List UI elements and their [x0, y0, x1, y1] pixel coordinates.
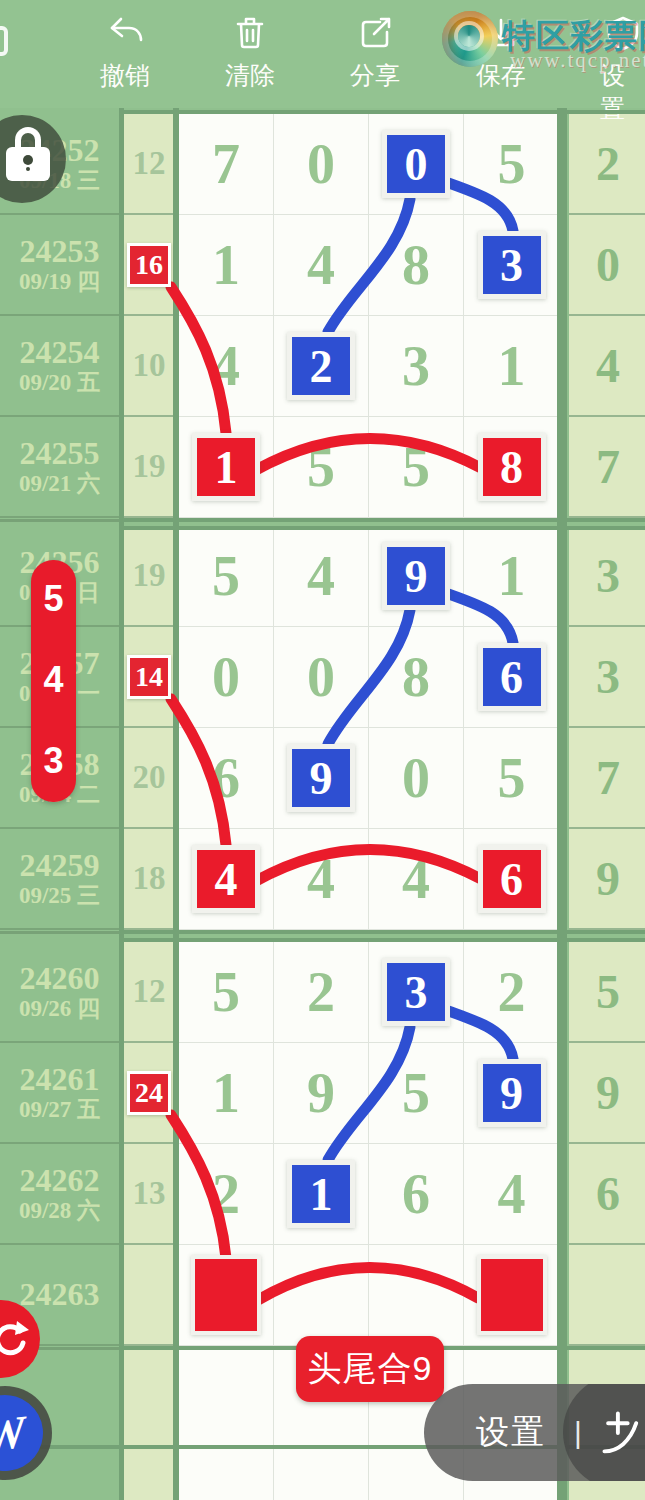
tail-cell[interactable]: 7	[569, 728, 645, 829]
digit-cell[interactable]: 4	[179, 829, 274, 930]
digit: 4	[498, 1162, 526, 1226]
digit: 1	[498, 544, 526, 608]
app-screen: 撤销 清除 分享 保存 设置	[0, 0, 645, 1500]
head-tail-sum-label[interactable]: 头尾合9	[296, 1336, 444, 1402]
draw-date: 09/19 四	[19, 270, 100, 294]
tail-cell[interactable]: 6	[569, 1144, 645, 1245]
digit-cell[interactable]: 2	[274, 942, 369, 1043]
digit-cell[interactable]: 5	[179, 942, 274, 1043]
digit-cell[interactable]: 0	[274, 114, 369, 215]
sum-cell[interactable]	[119, 1245, 179, 1346]
digit-stack-badge[interactable]: 5 4 3	[31, 560, 76, 802]
draw-date: 09/26 四	[19, 997, 100, 1021]
digit-cell[interactable]: 1	[464, 316, 559, 417]
marked-digit-blue[interactable]: 0	[382, 130, 450, 198]
lock-icon	[6, 127, 50, 181]
digit: 6	[402, 1162, 430, 1226]
trend-chart-board: 2425209/18 三12700522425309/19 四161483024…	[0, 108, 645, 1500]
settings-pill[interactable]: 设置 |	[424, 1384, 645, 1481]
issue-number: 24261	[20, 1063, 100, 1097]
digit-cell[interactable]: 7	[179, 114, 274, 215]
sum-cell[interactable]: 13	[119, 1144, 179, 1245]
tail-cell[interactable]: 5	[569, 942, 645, 1043]
digit-cell[interactable]: 0	[369, 114, 464, 215]
marked-empty-cell[interactable]	[477, 1255, 547, 1335]
refresh-icon	[0, 1317, 32, 1361]
sum-cell[interactable]: 18	[119, 829, 179, 930]
marked-digit-blue[interactable]: 1	[287, 1160, 355, 1228]
digit: 7	[212, 132, 240, 196]
trash-icon	[231, 14, 269, 52]
marked-digit-blue[interactable]: 6	[478, 643, 546, 711]
sum-value: 10	[133, 347, 166, 384]
sum-cell[interactable]	[119, 1350, 179, 1449]
tail-value: 7	[596, 439, 620, 494]
toolbar: 撤销 清除 分享 保存 设置	[0, 0, 645, 108]
stack-digit: 5	[43, 578, 63, 620]
tail-value: 2	[596, 136, 620, 191]
digit-cell[interactable]: 5	[179, 526, 274, 627]
digit-cell[interactable]: 3	[369, 942, 464, 1043]
chart-block-3: 2426009/26 四12523252426109/27 五241959924…	[0, 942, 645, 1346]
tail-value: 3	[596, 649, 620, 704]
digit-cell[interactable]: 4	[464, 1144, 559, 1245]
digit: 4	[307, 847, 335, 911]
digit-cell[interactable]: 9	[369, 526, 464, 627]
chart-row: 2425409/20 五1042314	[0, 316, 645, 417]
sum-cell[interactable]: 10	[119, 316, 179, 417]
tail-cell[interactable]: 9	[569, 829, 645, 930]
sum-cell[interactable]: 19	[119, 417, 179, 518]
digit-cell[interactable]: 5	[464, 728, 559, 829]
tail-value: 6	[596, 1166, 620, 1221]
digit: 8	[402, 645, 430, 709]
digit-cell[interactable]: 9	[464, 1043, 559, 1144]
tail-value: 0	[596, 237, 620, 292]
undo-button[interactable]: 撤销	[100, 14, 150, 92]
draw-date: 09/21 六	[19, 472, 100, 496]
digit: 1	[212, 1061, 240, 1125]
pill-divider: |	[574, 1416, 582, 1450]
digit-cell[interactable]: 8	[369, 215, 464, 316]
tail-value: 9	[596, 851, 620, 906]
grid-line	[119, 108, 124, 1500]
digit-cell[interactable]: 4	[274, 526, 369, 627]
sum-cell[interactable]: 12	[119, 114, 179, 215]
chart-row: 2425309/19 四1614830	[0, 215, 645, 316]
sum-value: 20	[133, 759, 166, 796]
digit-cell[interactable]: 3	[369, 316, 464, 417]
row-label: 2425509/21 六	[0, 417, 119, 518]
tail-value: 7	[596, 750, 620, 805]
marked-digit-red[interactable]: 1	[192, 433, 260, 501]
tail-value: 3	[596, 548, 620, 603]
issue-number: 24259	[20, 849, 100, 883]
marked-digit-blue[interactable]: 9	[287, 744, 355, 812]
chart-row: 2425809/24 二2069057	[0, 728, 645, 829]
share-icon	[356, 14, 394, 52]
digit-cell[interactable]: 8	[464, 417, 559, 518]
draw-date: 09/27 五	[19, 1098, 100, 1122]
issue-number: 24262	[20, 1164, 100, 1198]
digit: 5	[498, 746, 526, 810]
save-icon	[482, 14, 520, 52]
tail-cell[interactable]: 3	[569, 627, 645, 728]
row-label: 2426109/27 五	[0, 1043, 119, 1144]
sum-cell[interactable]: 24	[119, 1043, 179, 1144]
digit: 4	[307, 233, 335, 297]
partial-left-icon	[0, 26, 8, 56]
marked-digit-blue[interactable]: 9	[382, 542, 450, 610]
settings-toolbar-label: 设置	[600, 59, 645, 125]
stack-digit: 3	[43, 740, 63, 782]
row-label: 2425309/19 四	[0, 215, 119, 316]
grid-line	[0, 519, 119, 522]
share-label: 分享	[350, 59, 400, 92]
digit: 3	[402, 334, 430, 398]
digit-cell[interactable]: 5	[274, 417, 369, 518]
digit-cell[interactable]: 9	[274, 1043, 369, 1144]
marked-digit-blue[interactable]: 3	[382, 958, 450, 1026]
digit: 0	[402, 746, 430, 810]
digit: 1	[212, 233, 240, 297]
add-curve-icon[interactable]	[602, 1411, 645, 1455]
digit: 2	[498, 960, 526, 1024]
tail-cell[interactable]	[569, 1245, 645, 1346]
grid-line	[173, 108, 179, 1500]
draw-date: 09/28 六	[19, 1199, 100, 1223]
digit-cell[interactable]	[179, 1245, 274, 1346]
issue-number: 24263	[20, 1278, 100, 1312]
sum-badge[interactable]: 16	[127, 243, 171, 287]
chart-row: 24263	[0, 1245, 645, 1346]
digit-cell[interactable]	[274, 1245, 369, 1346]
tail-cell[interactable]: 0	[569, 215, 645, 316]
digit-cell[interactable]: 1	[464, 526, 559, 627]
issue-number: 24254	[20, 336, 100, 370]
digit-cell[interactable]: 6	[179, 728, 274, 829]
sum-value: 19	[133, 448, 166, 485]
digit-cell[interactable]: 1	[179, 417, 274, 518]
digit: 1	[498, 334, 526, 398]
digit-cell[interactable]: 3	[464, 215, 559, 316]
chart-row: 2425709/23 一1400863	[0, 627, 645, 728]
digit-cell[interactable]	[179, 1350, 274, 1449]
digit-cell[interactable]: 0	[369, 728, 464, 829]
sum-cell[interactable]	[119, 1449, 179, 1500]
row-label: 2425409/20 五	[0, 316, 119, 417]
stack-digit: 4	[43, 659, 63, 701]
digit-cell[interactable]: 5	[369, 1043, 464, 1144]
digit-cell[interactable]: 0	[274, 627, 369, 728]
grid-line	[0, 931, 119, 934]
digit-cell[interactable]: 4	[274, 829, 369, 930]
tail-value: 4	[596, 338, 620, 393]
settings-toolbar-button[interactable]: 设置	[600, 14, 645, 125]
sum-cell[interactable]: 16	[119, 215, 179, 316]
digit-cell[interactable]: 6	[464, 829, 559, 930]
digit: 0	[212, 645, 240, 709]
digit-cell[interactable]	[274, 1449, 369, 1500]
chart-row: 2426109/27 五2419599	[0, 1043, 645, 1144]
marked-digit-blue[interactable]: 3	[478, 231, 546, 299]
chart-row: 2425509/21 六1915587	[0, 417, 645, 518]
chart-block-1: 2425209/18 三12700522425309/19 四161483024…	[0, 114, 645, 518]
tail-cell[interactable]: 3	[569, 526, 645, 627]
digit: 4	[307, 544, 335, 608]
digit-cell[interactable]: 5	[464, 114, 559, 215]
digit: 2	[212, 1162, 240, 1226]
w-pen-icon: W	[0, 1391, 47, 1475]
digit: 0	[307, 645, 335, 709]
digit-cell[interactable]: 6	[464, 627, 559, 728]
tail-value: 9	[596, 1065, 620, 1120]
digit-cell[interactable]: 8	[369, 627, 464, 728]
chart-row: 2426009/26 四1252325	[0, 942, 645, 1043]
digit-cell[interactable]: 4	[369, 829, 464, 930]
grid-line	[557, 108, 567, 1500]
clear-label: 清除	[225, 59, 275, 92]
digit-cell[interactable]: 9	[274, 728, 369, 829]
digit: 0	[307, 132, 335, 196]
digit-cell[interactable]: 2	[464, 942, 559, 1043]
sum-badge[interactable]: 24	[127, 1071, 171, 1115]
marked-digit-blue[interactable]: 9	[478, 1059, 546, 1127]
tail-cell[interactable]: 7	[569, 417, 645, 518]
draw-date: 09/25 三	[19, 884, 100, 908]
digit: 5	[402, 435, 430, 499]
sum-value: 19	[133, 557, 166, 594]
chart-row: 2426209/28 六1321646	[0, 1144, 645, 1245]
digit: 2	[307, 960, 335, 1024]
digit-cell[interactable]: 5	[369, 417, 464, 518]
digit-cell[interactable]: 1	[179, 215, 274, 316]
digit-cell[interactable]: 6	[369, 1144, 464, 1245]
sum-badge[interactable]: 14	[127, 655, 171, 699]
digit: 5	[498, 132, 526, 196]
issue-number: 24260	[20, 962, 100, 996]
row-label: 2426209/28 六	[0, 1144, 119, 1245]
tail-cell[interactable]: 2	[569, 114, 645, 215]
digit: 8	[402, 233, 430, 297]
issue-number: 24253	[20, 235, 100, 269]
sum-value: 13	[133, 1175, 166, 1212]
share-button[interactable]: 分享	[350, 14, 400, 92]
chart-row: 2425609/22 日1954913	[0, 526, 645, 627]
chart-row: 2425209/18 三1270052	[0, 114, 645, 215]
sum-value: 18	[133, 860, 166, 897]
digit-cell[interactable]: 0	[179, 627, 274, 728]
marked-digit-blue[interactable]: 2	[287, 332, 355, 400]
digit: 5	[212, 544, 240, 608]
digit-cell[interactable]: 4	[179, 316, 274, 417]
issue-number: 24255	[20, 437, 100, 471]
marked-digit-red[interactable]: 6	[478, 845, 546, 913]
settings-pill-label[interactable]: 设置	[476, 1410, 546, 1455]
digit-cell[interactable]: 1	[179, 1043, 274, 1144]
undo-label: 撤销	[100, 59, 150, 92]
sum-value: 12	[133, 973, 166, 1010]
digit: 5	[212, 960, 240, 1024]
digit: 5	[402, 1061, 430, 1125]
sum-cell[interactable]: 19	[119, 526, 179, 627]
sum-cell[interactable]: 20	[119, 728, 179, 829]
digit-cell[interactable]	[179, 1449, 274, 1500]
digit: 9	[307, 1061, 335, 1125]
marked-digit-red[interactable]: 4	[192, 845, 260, 913]
draw-date: 09/20 五	[19, 371, 100, 395]
save-button[interactable]: 保存	[476, 14, 526, 92]
digit-cell[interactable]	[464, 1245, 559, 1346]
digit-cell[interactable]: 2	[179, 1144, 274, 1245]
digit: 4	[212, 334, 240, 398]
digit-cell[interactable]: 4	[274, 215, 369, 316]
shield-icon	[604, 14, 642, 52]
marked-empty-cell[interactable]	[191, 1255, 261, 1335]
tail-cell[interactable]: 9	[569, 1043, 645, 1144]
undo-icon	[106, 14, 144, 52]
sum-cell[interactable]: 12	[119, 942, 179, 1043]
chart-row: 2425909/25 三1844469	[0, 829, 645, 930]
row-label: 2426009/26 四	[0, 942, 119, 1043]
digit-cell[interactable]	[369, 1245, 464, 1346]
tail-cell[interactable]: 4	[569, 316, 645, 417]
sum-cell[interactable]: 14	[119, 627, 179, 728]
tail-value: 5	[596, 964, 620, 1019]
digit: 4	[402, 847, 430, 911]
sum-value: 12	[133, 145, 166, 182]
digit-cell[interactable]: 2	[274, 316, 369, 417]
clear-button[interactable]: 清除	[225, 14, 275, 92]
digit-cell[interactable]: 1	[274, 1144, 369, 1245]
digit: 6	[212, 746, 240, 810]
chart-block-2: 2425609/22 日19549132425709/23 一140086324…	[0, 526, 645, 930]
save-label: 保存	[476, 59, 526, 92]
digit: 5	[307, 435, 335, 499]
marked-digit-red[interactable]: 8	[478, 433, 546, 501]
row-label: 2425909/25 三	[0, 829, 119, 930]
